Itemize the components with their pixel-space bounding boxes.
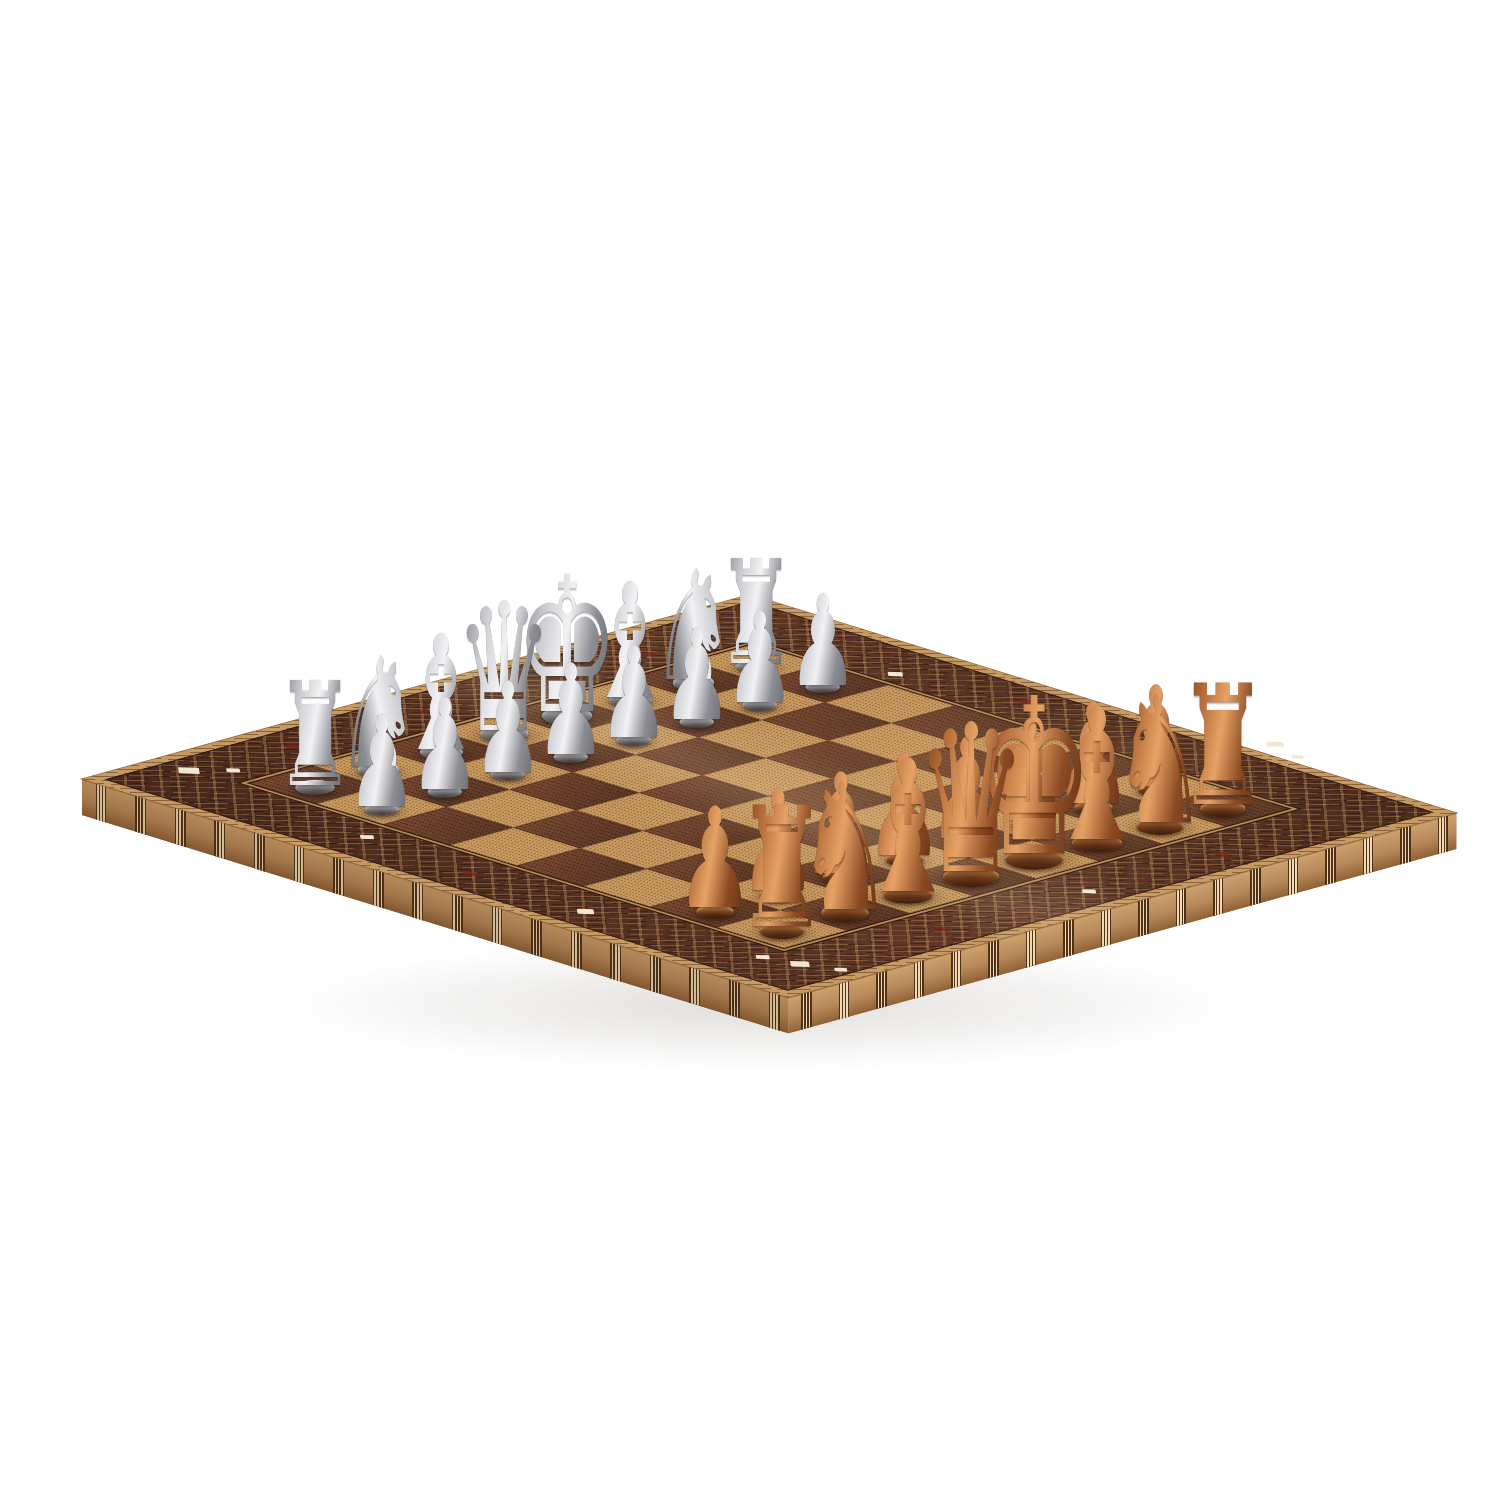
chess-piece-white-rook: ♜ [707, 786, 856, 939]
rook-glyph: ♜ [736, 786, 828, 952]
chess-piece-black-pawn: ♟ [325, 701, 438, 816]
pieces-layer: ♜♞♝♛♚♝♞♜♟♟♟♟♟♟♟♟♟♟♟♟♟♟♟♟♜♞♝♛♚♝♞♜ [0, 0, 1500, 1500]
chess-set-photo: ♜♞♝♛♚♝♞♜♟♟♟♟♟♟♟♟♟♟♟♟♟♟♟♟♜♞♝♛♚♝♞♜ [0, 0, 1500, 1500]
pawn-glyph: ♟ [347, 701, 417, 827]
